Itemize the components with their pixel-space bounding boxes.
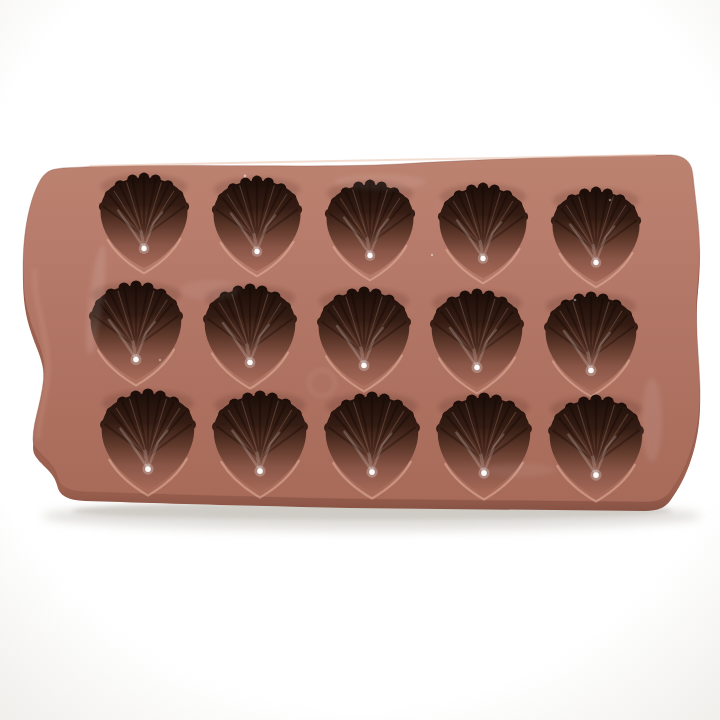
chocolate-mold-photo	[0, 0, 720, 720]
cavity-grid	[89, 173, 644, 502]
photo-stage	[0, 0, 720, 720]
